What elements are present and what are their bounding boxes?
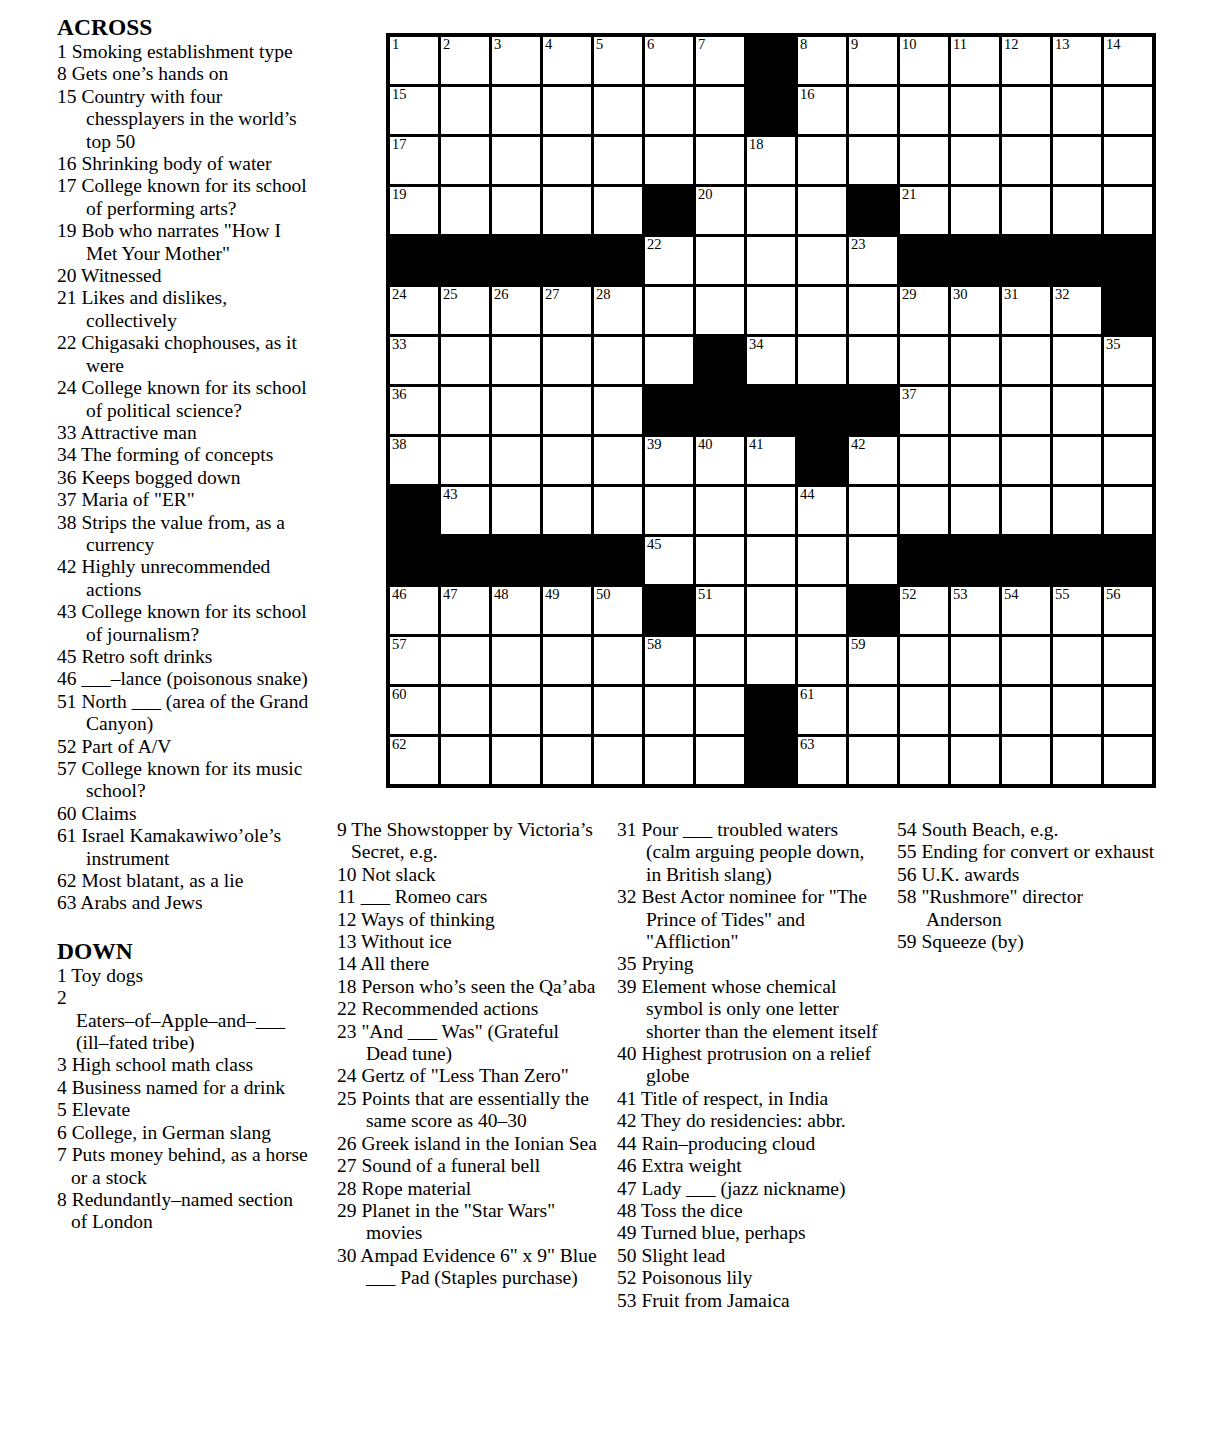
grid-cell[interactable] [849,137,897,184]
down-clue-11: 11 ___ Romeo cars [337,886,601,908]
black-square [1104,237,1152,284]
clue-number: 18 [337,976,357,997]
grid-cell[interactable] [1053,137,1101,184]
grid-cell[interactable] [951,187,999,234]
grid-cell[interactable] [849,87,897,134]
black-square [900,237,948,284]
grid-cell[interactable] [696,287,744,334]
grid-cell[interactable] [798,187,846,234]
cell-number: 54 [1004,586,1019,602]
black-square [696,337,744,384]
clue-text: ___–lance (poisonous snake) [81,668,307,689]
grid-cell[interactable] [441,687,489,734]
clue-text: Likes and dislikes, collectively [81,287,227,330]
clue-number: 11 [337,886,356,907]
cell-number: 26 [494,286,509,302]
black-square [849,387,897,434]
grid-cell[interactable] [543,387,591,434]
cell-number: 56 [1106,586,1121,602]
grid-cell[interactable]: 7 [696,37,744,84]
grid-cell[interactable]: 53 [951,587,999,634]
grid-cell[interactable] [900,87,948,134]
grid-cell[interactable]: 9 [849,37,897,84]
grid-cell[interactable]: 62 [390,737,438,784]
grid-cell[interactable] [1104,87,1152,134]
grid-cell[interactable] [900,637,948,684]
cell-number: 7 [698,36,705,52]
grid-cell[interactable] [1053,487,1101,534]
grid-cell[interactable]: 63 [798,737,846,784]
cell-number: 4 [545,36,552,52]
grid-cell[interactable] [594,137,642,184]
grid-cell[interactable] [696,687,744,734]
grid-cell[interactable] [1002,387,1050,434]
clue-number: 52 [617,1267,637,1288]
black-square [543,237,591,284]
grid-cell[interactable]: 12 [1002,37,1050,84]
grid-cell[interactable] [441,387,489,434]
cell-number: 2 [443,36,450,52]
grid-cell[interactable] [951,437,999,484]
grid-cell[interactable] [1104,487,1152,534]
down-clue-column-2: 9 The Showstopper by Victoria’s Secret, … [337,819,601,1290]
grid-cell[interactable] [543,737,591,784]
grid-cell[interactable]: 55 [1053,587,1101,634]
down-clue-39: 39 Element whose chemical symbol is only… [617,976,881,1043]
grid-cell[interactable] [1002,337,1050,384]
grid-cell[interactable] [441,437,489,484]
grid-cell[interactable] [1002,137,1050,184]
grid-cell[interactable]: 14 [1104,37,1152,84]
grid-cell[interactable] [1002,437,1050,484]
down-heading: DOWN [57,938,310,965]
cell-number: 14 [1106,36,1121,52]
grid-cell[interactable]: 8 [798,37,846,84]
down-clue-9: 9 The Showstopper by Victoria’s Secret, … [337,819,601,864]
grid-cell[interactable]: 21 [900,187,948,234]
clue-number: 21 [57,287,77,308]
across-clue-52: 52 Part of A/V [57,736,310,758]
clue-number: 31 [617,819,637,840]
grid-cell[interactable]: 11 [951,37,999,84]
grid-cell[interactable]: 33 [390,337,438,384]
grid-cell[interactable] [492,687,540,734]
clue-text: Strips the value from, as a currency [81,512,285,555]
grid-cell[interactable] [543,87,591,134]
cell-number: 25 [443,286,458,302]
grid-cell[interactable] [645,137,693,184]
grid-cell[interactable] [900,687,948,734]
grid-cell[interactable] [645,737,693,784]
grid-cell[interactable] [594,87,642,134]
clue-number: 17 [57,175,77,196]
black-square [696,387,744,434]
grid-cell[interactable]: 45 [645,537,693,584]
grid-cell[interactable] [951,137,999,184]
cell-number: 37 [902,386,917,402]
black-square [492,537,540,584]
clue-number: 37 [57,489,77,510]
grid-cell[interactable] [543,337,591,384]
grid-cell[interactable] [492,387,540,434]
cell-number: 1 [392,36,399,52]
grid-cell[interactable]: 36 [390,387,438,434]
grid-cell[interactable] [1002,87,1050,134]
grid-cell[interactable] [645,687,693,734]
cell-number: 46 [392,586,407,602]
grid-cell[interactable] [798,237,846,284]
down-clue-25: 25 Points that are essentially the same … [337,1088,601,1133]
grid-cell[interactable]: 19 [390,187,438,234]
grid-cell[interactable] [849,737,897,784]
grid-cell[interactable]: 32 [1053,287,1101,334]
grid-cell[interactable] [543,687,591,734]
grid-cell[interactable] [900,737,948,784]
down-clue-4: 4 Business named for a drink [57,1077,310,1099]
grid-cell[interactable] [645,487,693,534]
grid-cell[interactable] [951,387,999,434]
cell-number: 23 [851,236,866,252]
cell-number: 49 [545,586,560,602]
grid-cell[interactable] [1002,487,1050,534]
grid-cell[interactable]: 37 [900,387,948,434]
clue-text: Highest protrusion on a relief globe [641,1043,871,1086]
grid-cell[interactable]: 54 [1002,587,1050,634]
clue-number: 42 [57,556,77,577]
clue-text: Ways of thinking [361,909,495,930]
clue-number: 20 [57,265,77,286]
grid-cell[interactable]: 30 [951,287,999,334]
grid-cell[interactable]: 50 [594,587,642,634]
grid-cell[interactable] [951,87,999,134]
grid-cell[interactable] [645,287,693,334]
grid-cell[interactable]: 58 [645,637,693,684]
clue-number: 28 [337,1178,357,1199]
clue-text: Toss the dice [641,1200,743,1221]
clue-text: Extra weight [641,1155,741,1176]
clue-text: College known for its school of politica… [81,377,306,420]
clue-number: 47 [617,1178,637,1199]
grid-cell[interactable] [951,737,999,784]
grid-cell[interactable] [492,637,540,684]
grid-cell[interactable] [849,687,897,734]
black-square [1002,537,1050,584]
grid-cell[interactable] [696,537,744,584]
down-clue-13: 13 Without ice [337,931,601,953]
clue-text: Points that are essentially the same sco… [361,1088,588,1131]
grid-cell[interactable]: 46 [390,587,438,634]
cell-number: 60 [392,686,407,702]
grid-cell[interactable] [696,737,744,784]
down-clue-56: 56 U.K. awards [897,864,1161,886]
grid-cell[interactable]: 47 [441,587,489,634]
clue-text: Witnessed [81,265,161,286]
clue-number: 9 [337,819,347,840]
grid-cell[interactable] [1104,687,1152,734]
down-clue-59: 59 Squeeze (by) [897,931,1161,953]
grid-cell[interactable] [594,737,642,784]
grid-cell[interactable] [747,187,795,234]
grid-cell[interactable] [1104,637,1152,684]
grid-cell[interactable] [1104,387,1152,434]
grid-cell[interactable]: 16 [798,87,846,134]
down-clue-32: 32 Best Actor nominee for "The Prince of… [617,886,881,953]
grid-cell[interactable]: 13 [1053,37,1101,84]
grid-cell[interactable]: 3 [492,37,540,84]
grid-cell[interactable]: 31 [1002,287,1050,334]
cell-number: 11 [953,36,967,52]
black-square [951,237,999,284]
cell-number: 40 [698,436,713,452]
grid-cell[interactable] [1053,687,1101,734]
grid-cell[interactable] [798,337,846,384]
grid-cell[interactable]: 4 [543,37,591,84]
grid-cell[interactable] [747,237,795,284]
grid-cell[interactable] [696,487,744,534]
clue-text: Part of A/V [81,736,171,757]
grid-cell[interactable] [747,587,795,634]
grid-cell[interactable] [543,137,591,184]
down-clue-30: 30 Ampad Evidence 6" x 9" Blue ___ Pad (… [337,1245,601,1290]
down-clue-40: 40 Highest protrusion on a relief globe [617,1043,881,1088]
clue-text: Retro soft drinks [81,646,212,667]
down-clue-column-3: 31 Pour ___ troubled waters (calm arguin… [617,819,881,1312]
grid-cell[interactable] [900,137,948,184]
grid-cell[interactable] [543,487,591,534]
grid-cell[interactable] [441,737,489,784]
grid-cell[interactable] [900,337,948,384]
grid-cell[interactable] [441,137,489,184]
cell-number: 5 [596,36,603,52]
grid-cell[interactable]: 17 [390,137,438,184]
grid-cell[interactable] [798,287,846,334]
grid-cell[interactable]: 28 [594,287,642,334]
grid-cell[interactable]: 24 [390,287,438,334]
clue-text: Gets one’s hands on [72,63,229,84]
grid-cell[interactable] [798,537,846,584]
grid-cell[interactable]: 48 [492,587,540,634]
grid-cell[interactable] [1002,687,1050,734]
grid-cell[interactable]: 52 [900,587,948,634]
down-clue-35: 35 Prying [617,953,881,975]
grid-cell[interactable] [594,337,642,384]
grid-cell[interactable] [696,87,744,134]
clue-number: 57 [57,758,77,779]
grid-cell[interactable] [951,487,999,534]
grid-cell[interactable] [441,87,489,134]
grid-cell[interactable] [645,337,693,384]
clue-number: 41 [617,1088,637,1109]
clue-number: 1 [57,965,67,986]
clue-text: Element whose chemical symbol is only on… [641,976,877,1042]
grid-cell[interactable] [645,87,693,134]
clue-text: Not slack [361,864,435,885]
clue-text: College known for its school of performi… [81,175,306,218]
grid-cell[interactable]: 1 [390,37,438,84]
grid-cell[interactable]: 51 [696,587,744,634]
grid-cell[interactable] [1053,637,1101,684]
grid-cell[interactable] [849,287,897,334]
down-clue-7: 7 Puts money behind, as a horse or a sto… [57,1144,310,1189]
grid-cell[interactable]: 59 [849,637,897,684]
grid-cell[interactable] [1053,337,1101,384]
grid-cell[interactable] [492,137,540,184]
grid-cell[interactable] [696,137,744,184]
grid-cell[interactable]: 23 [849,237,897,284]
grid-cell[interactable] [747,537,795,584]
clue-number: 1 [57,41,67,62]
grid-cell[interactable]: 22 [645,237,693,284]
grid-cell[interactable] [594,387,642,434]
grid-cell[interactable] [492,737,540,784]
grid-cell[interactable] [492,487,540,534]
down-clue-42: 42 They do residencies: abbr. [617,1110,881,1132]
grid-cell[interactable] [441,637,489,684]
grid-cell[interactable] [1002,637,1050,684]
grid-cell[interactable] [696,637,744,684]
grid-cell[interactable]: 38 [390,437,438,484]
clue-text: Gertz of "Less Than Zero" [361,1065,568,1086]
grid-cell[interactable]: 56 [1104,587,1152,634]
grid-cell[interactable]: 39 [645,437,693,484]
grid-cell[interactable]: 26 [492,287,540,334]
down-clue-12: 12 Ways of thinking [337,909,601,931]
grid-cell[interactable] [1053,87,1101,134]
grid-cell[interactable] [900,437,948,484]
grid-cell[interactable]: 25 [441,287,489,334]
clue-number: 14 [337,953,357,974]
clue-number: 60 [57,803,77,824]
grid-cell[interactable]: 44 [798,487,846,534]
grid-cell[interactable]: 20 [696,187,744,234]
grid-cell[interactable] [849,537,897,584]
cell-number: 10 [902,36,917,52]
grid-cell[interactable] [492,437,540,484]
across-clue-43: 43 College known for its school of journ… [57,601,310,646]
grid-cell[interactable] [747,287,795,334]
grid-cell[interactable] [441,337,489,384]
grid-cell[interactable]: 41 [747,437,795,484]
grid-cell[interactable]: 35 [1104,337,1152,384]
grid-cell[interactable]: 43 [441,487,489,534]
grid-cell[interactable]: 40 [696,437,744,484]
clue-text: Highly unrecommended actions [81,556,270,599]
grid-cell[interactable] [543,637,591,684]
grid-cell[interactable] [492,87,540,134]
grid-cell[interactable] [900,487,948,534]
clue-text: Squeeze (by) [921,931,1023,952]
across-clue-16: 16 Shrinking body of water [57,153,310,175]
grid-cell[interactable]: 49 [543,587,591,634]
down-clue-27: 27 Sound of a funeral bell [337,1155,601,1177]
grid-cell[interactable]: 18 [747,137,795,184]
grid-cell[interactable] [1104,187,1152,234]
grid-cell[interactable] [594,487,642,534]
grid-cell[interactable] [492,187,540,234]
grid-cell[interactable]: 2 [441,37,489,84]
cell-number: 18 [749,136,764,152]
grid-cell[interactable] [1002,737,1050,784]
grid-cell[interactable] [849,337,897,384]
grid-cell[interactable] [1053,737,1101,784]
clue-text: College known for its music school? [81,758,302,801]
grid-cell[interactable] [543,187,591,234]
grid-cell[interactable]: 29 [900,287,948,334]
grid-cell[interactable]: 34 [747,337,795,384]
grid-cell[interactable] [951,337,999,384]
grid-cell[interactable] [594,687,642,734]
grid-cell[interactable]: 57 [390,637,438,684]
cell-number: 27 [545,286,560,302]
grid-cell[interactable] [798,637,846,684]
cell-number: 43 [443,486,458,502]
grid-cell[interactable] [594,637,642,684]
cell-number: 38 [392,436,407,452]
grid-cell[interactable] [1104,437,1152,484]
clue-number: 44 [617,1133,637,1154]
grid-cell[interactable]: 6 [645,37,693,84]
grid-cell[interactable] [1053,187,1101,234]
grid-cell[interactable] [441,187,489,234]
black-square [1053,237,1101,284]
grid-cell[interactable] [1002,187,1050,234]
across-clue-60: 60 Claims [57,803,310,825]
grid-cell[interactable] [492,337,540,384]
grid-cell[interactable] [798,587,846,634]
cell-number: 39 [647,436,662,452]
cell-number: 57 [392,636,407,652]
across-clue-17: 17 College known for its school of perfo… [57,175,310,220]
clue-text: Slight lead [641,1245,725,1266]
grid-cell[interactable] [696,237,744,284]
cell-number: 20 [698,186,713,202]
clue-text: Lady ___ (jazz nickname) [641,1178,845,1199]
down-clue-46: 46 Extra weight [617,1155,881,1177]
grid-cell[interactable] [798,137,846,184]
grid-cell[interactable]: 15 [390,87,438,134]
grid-cell[interactable]: 42 [849,437,897,484]
cell-number: 51 [698,586,713,602]
grid-cell[interactable] [1053,437,1101,484]
grid-cell[interactable]: 60 [390,687,438,734]
grid-cell[interactable] [951,687,999,734]
down-clue-3: 3 High school math class [57,1054,310,1076]
clue-text: Elevate [72,1099,130,1120]
grid-cell[interactable] [594,437,642,484]
grid-cell[interactable] [1104,737,1152,784]
across-heading: ACROSS [57,14,310,41]
grid-cell[interactable]: 61 [798,687,846,734]
grid-cell[interactable] [747,487,795,534]
across-clue-1: 1 Smoking establishment type [57,41,310,63]
grid-cell[interactable]: 27 [543,287,591,334]
grid-cell[interactable] [1104,137,1152,184]
across-clue-21: 21 Likes and dislikes, collectively [57,287,310,332]
grid-cell[interactable] [747,637,795,684]
grid-cell[interactable] [849,487,897,534]
grid-cell[interactable] [951,637,999,684]
cell-number: 58 [647,636,662,652]
grid-cell[interactable] [543,437,591,484]
down-clue-5: 5 Elevate [57,1099,310,1121]
grid-cell[interactable]: 10 [900,37,948,84]
grid-cell[interactable]: 5 [594,37,642,84]
grid-cell[interactable] [1053,387,1101,434]
grid-cell[interactable] [594,187,642,234]
clue-number: 5 [57,1099,67,1120]
down-clue-list-2: 9 The Showstopper by Victoria’s Secret, … [337,819,601,1290]
across-clue-33: 33 Attractive man [57,422,310,444]
